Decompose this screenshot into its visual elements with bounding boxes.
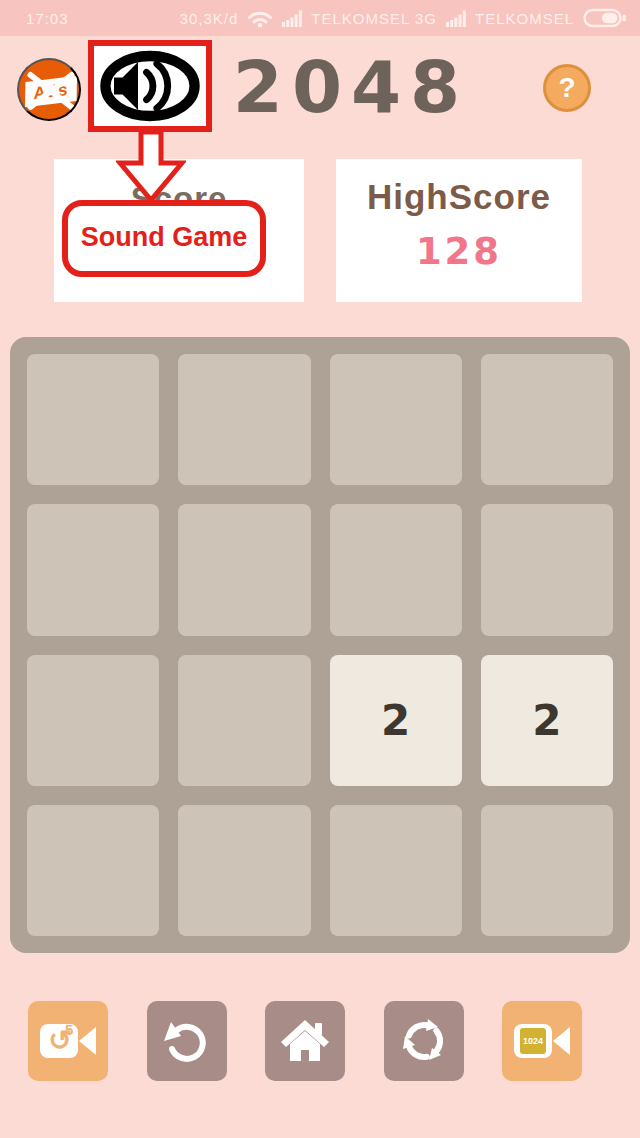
signal-bars-icon [282, 9, 302, 27]
highscore-value: 128 [336, 230, 582, 273]
video-camera-icon: 1024 [514, 1021, 570, 1061]
restart-cycle-icon [398, 1015, 450, 1067]
grid-cell [178, 504, 310, 635]
no-ads-button[interactable]: Ads [17, 58, 81, 121]
help-button[interactable]: ? [543, 64, 591, 112]
battery-icon [583, 8, 627, 28]
status-bar: 17:03 30,3K/d TELKOMSEL 3G [0, 0, 640, 36]
highscore-panel: HighScore 128 [336, 159, 582, 302]
game-board[interactable]: 22 [10, 337, 630, 953]
grid-cell [27, 655, 159, 786]
grid-cell [178, 354, 310, 485]
grid-cell [178, 655, 310, 786]
game-title: 2048 [196, 46, 506, 128]
annotation-arrow-icon [116, 129, 186, 204]
restart-button[interactable] [384, 1001, 464, 1081]
highscore-label: HighScore [336, 177, 582, 217]
replay-5-video-button[interactable]: 5 [28, 1001, 108, 1081]
grid-cell [27, 354, 159, 485]
sound-toggle-button[interactable] [94, 46, 206, 126]
home-icon [279, 1015, 331, 1067]
signal-bars-icon [446, 9, 466, 27]
undo-icon [161, 1015, 213, 1067]
undo-button[interactable] [147, 1001, 227, 1081]
grid-cell [330, 805, 462, 936]
annotation-sound-game-label: Sound Game [62, 200, 266, 277]
tile-2: 2 [481, 655, 613, 786]
grid-cell [178, 805, 310, 936]
home-button[interactable] [265, 1001, 345, 1081]
grid-cell [481, 504, 613, 635]
grid-cell [481, 354, 613, 485]
bottom-toolbar: 5 [28, 1001, 582, 1081]
tile-2: 2 [330, 655, 462, 786]
video-camera-icon: 5 [40, 1021, 96, 1061]
grid-cell [481, 805, 613, 936]
clock: 17:03 [26, 10, 69, 27]
carrier-3g-label: TELKOMSEL 3G [311, 10, 437, 27]
grid-cell [27, 504, 159, 635]
badge-1024: 1024 [520, 1028, 546, 1054]
data-rate: 30,3K/d [180, 10, 239, 27]
wifi-icon [247, 9, 273, 28]
carrier-label: TELKOMSEL [475, 10, 574, 27]
record-1024-video-button[interactable]: 1024 [502, 1001, 582, 1081]
grid-cell [330, 354, 462, 485]
grid-cell [27, 805, 159, 936]
speaker-icon [98, 50, 202, 122]
replay-5-badge: 5 [65, 1021, 73, 1038]
app-screen: 17:03 30,3K/d TELKOMSEL 3G [0, 0, 640, 1138]
grid-cell [330, 504, 462, 635]
annotation-highlight-box [88, 40, 212, 132]
